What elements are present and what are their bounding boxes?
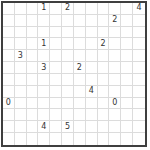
cell-r5c4[interactable] (38, 50, 50, 62)
cell-r3c10[interactable] (109, 27, 121, 39)
cell-r2c8[interactable] (86, 15, 98, 27)
cell-r11c10[interactable] (109, 121, 121, 133)
cell-r11c11[interactable] (121, 121, 133, 133)
cell-r10c2[interactable] (15, 109, 27, 121)
cell-r8c2[interactable] (15, 86, 27, 98)
cell-r8c11[interactable] (121, 86, 133, 98)
cell-r5c6[interactable] (62, 50, 74, 62)
cell-r12c1[interactable] (3, 133, 15, 145)
cell-r12c6[interactable] (62, 133, 74, 145)
cell-r8c1[interactable] (3, 86, 15, 98)
cell-r3c1[interactable] (3, 27, 15, 39)
cell-r8c12[interactable] (133, 86, 145, 98)
cell-r11c8[interactable] (86, 121, 98, 133)
cell-r9c4[interactable] (38, 98, 50, 110)
cell-r3c6[interactable] (62, 27, 74, 39)
cell-r6c5[interactable] (50, 62, 62, 74)
cell-r9c10: 0 (109, 98, 121, 110)
cell-r5c10[interactable] (109, 50, 121, 62)
cell-r11c7[interactable] (74, 121, 86, 133)
cell-r5c12[interactable] (133, 50, 145, 62)
cell-r8c6[interactable] (62, 86, 74, 98)
cell-r3c8[interactable] (86, 27, 98, 39)
cell-r9c1: 0 (3, 98, 15, 110)
cell-r3c3[interactable] (27, 27, 39, 39)
cell-r9c8[interactable] (86, 98, 98, 110)
cell-r2c7[interactable] (74, 15, 86, 27)
cell-r1c9[interactable] (98, 3, 110, 15)
cell-r10c8[interactable] (86, 109, 98, 121)
cell-r6c2[interactable] (15, 62, 27, 74)
puzzle-board: 12421233240045 (1, 1, 147, 147)
cell-r5c9[interactable] (98, 50, 110, 62)
cell-r1c2[interactable] (15, 3, 27, 15)
cell-r2c2[interactable] (15, 15, 27, 27)
cell-r4c8[interactable] (86, 38, 98, 50)
cell-r7c12[interactable] (133, 74, 145, 86)
cell-r12c3[interactable] (27, 133, 39, 145)
cell-r10c12[interactable] (133, 109, 145, 121)
cell-r1c3[interactable] (27, 3, 39, 15)
cell-r6c4: 3 (38, 62, 50, 74)
cell-r8c9[interactable] (98, 86, 110, 98)
cell-r10c7[interactable] (74, 109, 86, 121)
cell-r12c4[interactable] (38, 133, 50, 145)
cell-r3c12[interactable] (133, 27, 145, 39)
cell-r4c3[interactable] (27, 38, 39, 50)
cell-r7c8[interactable] (86, 74, 98, 86)
cell-r12c12[interactable] (133, 133, 145, 145)
cell-r9c11[interactable] (121, 98, 133, 110)
cell-r7c2[interactable] (15, 74, 27, 86)
cell-r11c1[interactable] (3, 121, 15, 133)
cell-r2c4[interactable] (38, 15, 50, 27)
cell-r4c12[interactable] (133, 38, 145, 50)
cell-r6c7: 2 (74, 62, 86, 74)
cell-r6c12[interactable] (133, 62, 145, 74)
cell-r4c6[interactable] (62, 38, 74, 50)
cell-r8c8: 4 (86, 86, 98, 98)
cell-r1c1[interactable] (3, 3, 15, 15)
cell-r7c4[interactable] (38, 74, 50, 86)
cell-r1c10[interactable] (109, 3, 121, 15)
cell-r6c6[interactable] (62, 62, 74, 74)
cell-r8c7[interactable] (74, 86, 86, 98)
cell-r4c5[interactable] (50, 38, 62, 50)
cell-r11c6: 5 (62, 121, 74, 133)
cell-r12c7[interactable] (74, 133, 86, 145)
cell-r6c8[interactable] (86, 62, 98, 74)
cell-r7c6[interactable] (62, 74, 74, 86)
cell-r11c12[interactable] (133, 121, 145, 133)
cell-r2c11[interactable] (121, 15, 133, 27)
cell-r6c11[interactable] (121, 62, 133, 74)
cell-r11c9[interactable] (98, 121, 110, 133)
cell-r7c3[interactable] (27, 74, 39, 86)
cell-r7c7[interactable] (74, 74, 86, 86)
cell-r6c9[interactable] (98, 62, 110, 74)
cell-r1c6: 2 (62, 3, 74, 15)
cell-r4c9: 2 (98, 38, 110, 50)
cell-r5c1[interactable] (3, 50, 15, 62)
cell-r10c6[interactable] (62, 109, 74, 121)
cell-r12c5[interactable] (50, 133, 62, 145)
cell-r11c5[interactable] (50, 121, 62, 133)
cell-r9c2[interactable] (15, 98, 27, 110)
cell-r11c3[interactable] (27, 121, 39, 133)
cell-r12c2[interactable] (15, 133, 27, 145)
cell-r12c11[interactable] (121, 133, 133, 145)
cell-r3c5[interactable] (50, 27, 62, 39)
cell-r1c12: 4 (133, 3, 145, 15)
cell-r9c5[interactable] (50, 98, 62, 110)
cell-r8c5[interactable] (50, 86, 62, 98)
cell-r4c4: 1 (38, 38, 50, 50)
cell-r2c3[interactable] (27, 15, 39, 27)
cell-r2c6[interactable] (62, 15, 74, 27)
cell-r6c3[interactable] (27, 62, 39, 74)
cell-r10c10[interactable] (109, 109, 121, 121)
cell-r7c1[interactable] (3, 74, 15, 86)
cell-r10c3[interactable] (27, 109, 39, 121)
cell-r4c2[interactable] (15, 38, 27, 50)
cell-r2c9[interactable] (98, 15, 110, 27)
cell-r7c10[interactable] (109, 74, 121, 86)
cell-r7c9[interactable] (98, 74, 110, 86)
cell-r1c4: 1 (38, 3, 50, 15)
cell-r5c2: 3 (15, 50, 27, 62)
cell-r12c8[interactable] (86, 133, 98, 145)
cell-r5c7[interactable] (74, 50, 86, 62)
cell-r3c9[interactable] (98, 27, 110, 39)
cell-r10c5[interactable] (50, 109, 62, 121)
cell-r5c8[interactable] (86, 50, 98, 62)
cell-r3c2[interactable] (15, 27, 27, 39)
cell-r3c4[interactable] (38, 27, 50, 39)
cell-r9c9[interactable] (98, 98, 110, 110)
cell-r10c11[interactable] (121, 109, 133, 121)
cell-r4c10[interactable] (109, 38, 121, 50)
cell-r1c7[interactable] (74, 3, 86, 15)
cell-r8c10[interactable] (109, 86, 121, 98)
cell-r9c12[interactable] (133, 98, 145, 110)
cell-r2c5[interactable] (50, 15, 62, 27)
cell-r5c11[interactable] (121, 50, 133, 62)
cell-r12c9[interactable] (98, 133, 110, 145)
cell-r8c4[interactable] (38, 86, 50, 98)
cell-r10c4[interactable] (38, 109, 50, 121)
cell-r5c3[interactable] (27, 50, 39, 62)
cell-r11c2[interactable] (15, 121, 27, 133)
cell-r9c3[interactable] (27, 98, 39, 110)
cell-r9c7[interactable] (74, 98, 86, 110)
cell-r3c11[interactable] (121, 27, 133, 39)
cell-r12c10[interactable] (109, 133, 121, 145)
cell-r2c12[interactable] (133, 15, 145, 27)
cell-r10c9[interactable] (98, 109, 110, 121)
cell-r4c7[interactable] (74, 38, 86, 50)
cell-r1c8[interactable] (86, 3, 98, 15)
cell-r2c10: 2 (109, 15, 121, 27)
cell-r3c7[interactable] (74, 27, 86, 39)
cell-r2c1[interactable] (3, 15, 15, 27)
cell-r7c11[interactable] (121, 74, 133, 86)
cell-r5c5[interactable] (50, 50, 62, 62)
cell-r10c1[interactable] (3, 109, 15, 121)
cell-r11c4: 4 (38, 121, 50, 133)
cell-r6c1[interactable] (3, 62, 15, 74)
cell-r6c10[interactable] (109, 62, 121, 74)
cell-r7c5[interactable] (50, 74, 62, 86)
cell-r8c3[interactable] (27, 86, 39, 98)
cell-r9c6[interactable] (62, 98, 74, 110)
cell-r4c11[interactable] (121, 38, 133, 50)
cell-r1c5[interactable] (50, 3, 62, 15)
cell-r1c11[interactable] (121, 3, 133, 15)
cell-r4c1[interactable] (3, 38, 15, 50)
